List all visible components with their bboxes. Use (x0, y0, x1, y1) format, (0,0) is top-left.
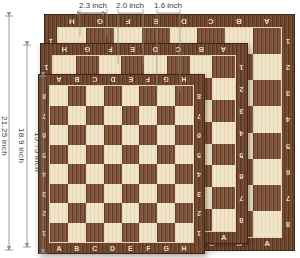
files-top: HGFEDCBA (53, 43, 235, 56)
square (86, 184, 104, 204)
square (157, 125, 175, 145)
square (175, 86, 193, 106)
square (253, 133, 281, 159)
square (175, 106, 193, 126)
square (122, 184, 140, 204)
files-bottom: ABCDEFGH (50, 242, 193, 254)
rank-label: 1 (281, 28, 295, 54)
rank-label: 7 (38, 106, 50, 126)
square (253, 80, 281, 106)
square (212, 78, 235, 100)
rank-label: 7 (193, 106, 205, 126)
file-label: A (253, 14, 281, 28)
rank-label: 2 (281, 54, 295, 80)
square (253, 54, 281, 80)
rank-label: 4 (281, 106, 295, 132)
file-label: A (50, 74, 68, 86)
board-size-label-medium: 18.9 inch (17, 128, 26, 163)
square (175, 125, 193, 145)
file-label: D (104, 242, 122, 254)
square-size-label-large: 2.3 inch (73, 1, 113, 10)
square (50, 145, 68, 165)
file-label: G (76, 43, 99, 56)
square (139, 86, 157, 106)
square (139, 164, 157, 184)
file-label: A (212, 43, 235, 56)
square (50, 164, 68, 184)
square (68, 86, 86, 106)
file-label: C (167, 43, 190, 56)
file-label: G (157, 74, 175, 86)
square (157, 106, 175, 126)
square-size-label-medium: 2.0 inch (110, 1, 150, 10)
square (175, 164, 193, 184)
file-label: C (86, 74, 104, 86)
file-label: B (68, 242, 86, 254)
square (122, 125, 140, 145)
rank-label: 7 (281, 185, 295, 211)
rank-label: 1 (38, 223, 50, 243)
file-label: C (86, 242, 104, 254)
square (175, 203, 193, 223)
square (157, 145, 175, 165)
rank-label: 3 (281, 80, 295, 106)
rank-label: 5 (193, 145, 205, 165)
square (68, 125, 86, 145)
square (212, 165, 235, 187)
file-label: B (225, 14, 253, 28)
file-label: H (58, 14, 86, 28)
square (139, 203, 157, 223)
file-label: A (212, 231, 235, 244)
square (157, 203, 175, 223)
square (212, 144, 235, 166)
square (50, 86, 68, 106)
rank-label: 5 (235, 144, 248, 166)
square (212, 56, 235, 78)
square (122, 106, 140, 126)
square (68, 184, 86, 204)
file-label: F (139, 242, 157, 254)
file-label: E (142, 14, 170, 28)
rank-label: 6 (235, 165, 248, 187)
rank-label: 3 (38, 184, 50, 204)
rank-label: 3 (235, 100, 248, 122)
square (212, 187, 235, 209)
square (212, 209, 235, 231)
file-label: E (122, 242, 140, 254)
product-image: HGFEDCBAHGFEDCBA1234567812345678 HGFEDCB… (0, 0, 300, 258)
square (104, 223, 122, 243)
rank-label: 4 (235, 122, 248, 144)
square (104, 86, 122, 106)
files-top: HGFEDCBA (58, 14, 281, 28)
square (68, 145, 86, 165)
square (253, 159, 281, 185)
square (104, 164, 122, 184)
file-label: F (99, 43, 122, 56)
square (139, 106, 157, 126)
square (50, 223, 68, 243)
ranks-right: 87654321 (193, 86, 205, 242)
square (86, 106, 104, 126)
square (139, 184, 157, 204)
rank-label: 8 (38, 86, 50, 106)
rank-label: 1 (193, 223, 205, 243)
square (104, 145, 122, 165)
square (104, 106, 122, 126)
rank-label: 6 (281, 159, 295, 185)
square (175, 184, 193, 204)
file-label: B (190, 43, 213, 56)
square (86, 86, 104, 106)
file-label: C (197, 14, 225, 28)
square (86, 203, 104, 223)
square (212, 122, 235, 144)
square (68, 164, 86, 184)
square (175, 145, 193, 165)
square (122, 223, 140, 243)
file-label: H (175, 74, 193, 86)
square (50, 106, 68, 126)
file-label: H (53, 43, 76, 56)
square (104, 203, 122, 223)
square (86, 125, 104, 145)
rank-label: 8 (281, 211, 295, 237)
file-label: D (144, 43, 167, 56)
rank-label: 3 (193, 184, 205, 204)
square (68, 203, 86, 223)
chessboard-small: ABCDEFGHABCDEFGH8765432187654321 (38, 74, 205, 254)
square (253, 106, 281, 132)
square (50, 125, 68, 145)
file-label: G (86, 14, 114, 28)
square (157, 223, 175, 243)
square (212, 100, 235, 122)
square (68, 106, 86, 126)
square (122, 164, 140, 184)
square (86, 164, 104, 184)
rank-label: 4 (193, 164, 205, 184)
square-size-label-small: 1.6 inch (148, 1, 188, 10)
rank-label: 8 (235, 209, 248, 231)
rank-label: 2 (193, 203, 205, 223)
square (139, 125, 157, 145)
rank-label: 6 (193, 125, 205, 145)
square (139, 223, 157, 243)
board-size-label-small: 15.75 inch (33, 132, 42, 172)
rank-label: 2 (38, 203, 50, 223)
file-label: F (139, 74, 157, 86)
file-label: A (50, 242, 68, 254)
rank-label: 2 (235, 78, 248, 100)
square (86, 145, 104, 165)
square (122, 86, 140, 106)
file-label: H (175, 242, 193, 254)
file-label: E (122, 74, 140, 86)
ranks-right: 12345678 (281, 28, 295, 237)
square (122, 203, 140, 223)
file-label: F (114, 14, 142, 28)
squares-grid (50, 86, 193, 242)
rank-label: 1 (235, 56, 248, 78)
square (175, 223, 193, 243)
rank-label: 5 (281, 133, 295, 159)
square (104, 125, 122, 145)
file-label: G (157, 242, 175, 254)
file-label: D (170, 14, 198, 28)
board-size-label-large: 21.25 inch (0, 116, 9, 156)
file-label: D (104, 74, 122, 86)
square (68, 223, 86, 243)
square (122, 145, 140, 165)
rank-label: 8 (193, 86, 205, 106)
square (253, 28, 281, 54)
rank-label: 7 (235, 187, 248, 209)
square (50, 203, 68, 223)
square (253, 211, 281, 237)
square (139, 145, 157, 165)
square (157, 184, 175, 204)
square (86, 223, 104, 243)
square (157, 86, 175, 106)
square (157, 164, 175, 184)
square (253, 185, 281, 211)
file-label: B (68, 74, 86, 86)
ranks-right: 12345678 (235, 56, 248, 231)
file-label: E (121, 43, 144, 56)
square (50, 184, 68, 204)
files-top: ABCDEFGH (50, 74, 193, 86)
file-label: A (253, 237, 281, 251)
square (104, 184, 122, 204)
